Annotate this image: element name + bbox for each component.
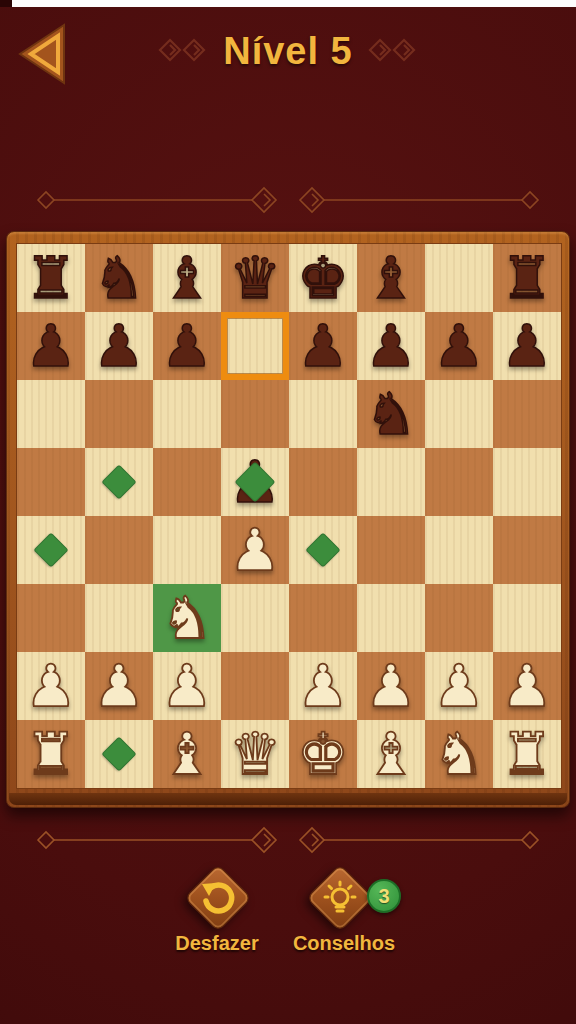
piece-white-bishop[interactable]: ♝ xyxy=(365,720,417,788)
square-g5[interactable] xyxy=(425,448,493,516)
square-d3[interactable] xyxy=(221,584,289,652)
square-b7[interactable]: ♟ xyxy=(85,312,153,380)
square-g3[interactable] xyxy=(425,584,493,652)
move-hint-diamond xyxy=(101,464,136,499)
piece-black-bishop[interactable]: ♝ xyxy=(365,244,417,312)
square-b1[interactable] xyxy=(85,720,153,788)
scroll-ornament-left-icon xyxy=(157,37,209,67)
square-h7[interactable]: ♟ xyxy=(493,312,561,380)
square-g7[interactable]: ♟ xyxy=(425,312,493,380)
square-g2[interactable]: ♟ xyxy=(425,652,493,720)
square-f5[interactable] xyxy=(357,448,425,516)
piece-white-rook[interactable]: ♜ xyxy=(501,720,553,788)
piece-white-king[interactable]: ♚ xyxy=(297,720,349,788)
piece-black-rook[interactable]: ♜ xyxy=(25,244,77,312)
square-h4[interactable] xyxy=(493,516,561,584)
piece-white-bishop[interactable]: ♝ xyxy=(161,720,213,788)
square-b8[interactable]: ♞ xyxy=(85,244,153,312)
piece-black-bishop[interactable]: ♝ xyxy=(161,244,213,312)
piece-white-pawn[interactable]: ♟ xyxy=(161,652,213,720)
square-c1[interactable]: ♝ xyxy=(153,720,221,788)
piece-white-pawn[interactable]: ♟ xyxy=(501,652,553,720)
square-h2[interactable]: ♟ xyxy=(493,652,561,720)
hints-count-badge: 3 xyxy=(367,879,401,913)
divider-ornament-top xyxy=(24,186,552,214)
square-d1[interactable]: ♛ xyxy=(221,720,289,788)
page-title: Nível 5 xyxy=(223,30,353,73)
hint-lightbulb-icon xyxy=(317,875,363,921)
piece-white-pawn[interactable]: ♟ xyxy=(25,652,77,720)
square-g1[interactable]: ♞ xyxy=(425,720,493,788)
piece-black-pawn[interactable]: ♟ xyxy=(501,312,553,380)
divider-ornament-bottom xyxy=(24,826,552,854)
square-e7[interactable]: ♟ xyxy=(289,312,357,380)
square-g8[interactable] xyxy=(425,244,493,312)
piece-black-knight[interactable]: ♞ xyxy=(365,380,417,448)
piece-black-queen[interactable]: ♛ xyxy=(229,244,281,312)
square-e2[interactable]: ♟ xyxy=(289,652,357,720)
square-e3[interactable] xyxy=(289,584,357,652)
square-h6[interactable] xyxy=(493,380,561,448)
piece-black-pawn[interactable]: ♟ xyxy=(365,312,417,380)
square-b6[interactable] xyxy=(85,380,153,448)
square-e1[interactable]: ♚ xyxy=(289,720,357,788)
undo-button-label: Desfazer xyxy=(175,932,258,955)
square-h1[interactable]: ♜ xyxy=(493,720,561,788)
piece-black-pawn[interactable]: ♟ xyxy=(93,312,145,380)
piece-white-pawn[interactable]: ♟ xyxy=(229,516,281,584)
chess-board[interactable]: ♜♞♝♛♚♝♜♟♟♟♟♟♟♟♞♟♟♞♟♟♟♟♟♟♟♜♝♛♚♝♞♜ xyxy=(17,244,561,788)
hints-button-label: Conselhos xyxy=(293,932,395,955)
square-h3[interactable] xyxy=(493,584,561,652)
status-bar-notch xyxy=(0,0,12,7)
square-d2[interactable] xyxy=(221,652,289,720)
scroll-ornament-right-icon xyxy=(367,37,419,67)
last-move-highlight xyxy=(221,312,289,380)
piece-white-rook[interactable]: ♜ xyxy=(25,720,77,788)
piece-white-pawn[interactable]: ♟ xyxy=(297,652,349,720)
square-b5[interactable] xyxy=(85,448,153,516)
square-a2[interactable]: ♟ xyxy=(17,652,85,720)
square-c2[interactable]: ♟ xyxy=(153,652,221,720)
piece-black-king[interactable]: ♚ xyxy=(297,244,349,312)
square-f3[interactable] xyxy=(357,584,425,652)
undo-button[interactable] xyxy=(184,864,252,932)
header: Nível 5 xyxy=(0,30,576,73)
square-c4[interactable] xyxy=(153,516,221,584)
square-b4[interactable] xyxy=(85,516,153,584)
square-a3[interactable] xyxy=(17,584,85,652)
square-h5[interactable] xyxy=(493,448,561,516)
square-g4[interactable] xyxy=(425,516,493,584)
square-a7[interactable]: ♟ xyxy=(17,312,85,380)
square-f2[interactable]: ♟ xyxy=(357,652,425,720)
square-e8[interactable]: ♚ xyxy=(289,244,357,312)
undo-icon xyxy=(195,875,241,921)
square-a1[interactable]: ♜ xyxy=(17,720,85,788)
piece-black-pawn[interactable]: ♟ xyxy=(25,312,77,380)
square-c6[interactable] xyxy=(153,380,221,448)
piece-white-pawn[interactable]: ♟ xyxy=(93,652,145,720)
piece-black-rook[interactable]: ♜ xyxy=(501,244,553,312)
hints-button[interactable] xyxy=(306,864,374,932)
status-bar xyxy=(0,0,576,7)
piece-black-pawn[interactable]: ♟ xyxy=(297,312,349,380)
app-screen: Nível 5 xyxy=(0,0,576,1024)
square-c7[interactable]: ♟ xyxy=(153,312,221,380)
piece-white-knight[interactable]: ♞ xyxy=(161,584,213,652)
square-b3[interactable] xyxy=(85,584,153,652)
square-a6[interactable] xyxy=(17,380,85,448)
square-d4[interactable]: ♟ xyxy=(221,516,289,584)
piece-black-pawn[interactable]: ♟ xyxy=(161,312,213,380)
square-c8[interactable]: ♝ xyxy=(153,244,221,312)
piece-white-pawn[interactable]: ♟ xyxy=(433,652,485,720)
chess-board-frame: ♜♞♝♛♚♝♜♟♟♟♟♟♟♟♞♟♟♞♟♟♟♟♟♟♟♜♝♛♚♝♞♜ xyxy=(6,231,570,808)
square-a5[interactable] xyxy=(17,448,85,516)
square-f7[interactable]: ♟ xyxy=(357,312,425,380)
piece-black-pawn[interactable]: ♟ xyxy=(433,312,485,380)
square-f6[interactable]: ♞ xyxy=(357,380,425,448)
square-f4[interactable] xyxy=(357,516,425,584)
square-f1[interactable]: ♝ xyxy=(357,720,425,788)
square-f8[interactable]: ♝ xyxy=(357,244,425,312)
square-d7[interactable] xyxy=(221,312,289,380)
square-a8[interactable]: ♜ xyxy=(17,244,85,312)
square-b2[interactable]: ♟ xyxy=(85,652,153,720)
square-e5[interactable] xyxy=(289,448,357,516)
piece-black-knight[interactable]: ♞ xyxy=(93,244,145,312)
back-icon xyxy=(14,74,72,89)
move-hint-diamond xyxy=(33,532,68,567)
square-d8[interactable]: ♛ xyxy=(221,244,289,312)
square-e4[interactable] xyxy=(289,516,357,584)
piece-white-pawn[interactable]: ♟ xyxy=(365,652,417,720)
piece-white-queen[interactable]: ♛ xyxy=(229,720,281,788)
move-hint-diamond xyxy=(101,736,136,771)
square-d5[interactable]: ♟ xyxy=(221,448,289,516)
move-hint-diamond xyxy=(305,532,340,567)
square-c3[interactable]: ♞ xyxy=(153,584,221,652)
square-a4[interactable] xyxy=(17,516,85,584)
square-g6[interactable] xyxy=(425,380,493,448)
square-d6[interactable] xyxy=(221,380,289,448)
piece-white-knight[interactable]: ♞ xyxy=(433,720,485,788)
square-e6[interactable] xyxy=(289,380,357,448)
square-h8[interactable]: ♜ xyxy=(493,244,561,312)
square-c5[interactable] xyxy=(153,448,221,516)
